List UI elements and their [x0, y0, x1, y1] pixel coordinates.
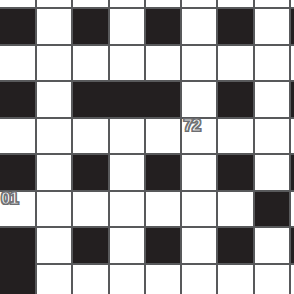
- grid-cell[interactable]: [37, 46, 71, 81]
- grid-cell[interactable]: [73, 46, 107, 81]
- grid-cell[interactable]: [110, 228, 144, 263]
- grid-cell[interactable]: [0, 119, 35, 154]
- grid-cell[interactable]: [0, 0, 35, 7]
- grid-cell[interactable]: [255, 119, 289, 154]
- grid-cell[interactable]: [37, 0, 71, 7]
- grid-cell[interactable]: [37, 9, 71, 44]
- black-cell: [291, 9, 294, 44]
- grid-cell[interactable]: [182, 265, 216, 294]
- grid-cell[interactable]: [73, 265, 107, 294]
- grid-cell[interactable]: [218, 0, 252, 7]
- grid-cell[interactable]: 72: [182, 119, 216, 154]
- grid-cell[interactable]: [110, 0, 144, 7]
- grid-cell[interactable]: [182, 82, 216, 117]
- black-cell: [255, 192, 289, 227]
- black-cell: [291, 82, 294, 117]
- crossword-board: 7201: [0, 0, 294, 294]
- grid-cell[interactable]: [182, 0, 216, 7]
- black-cell: [291, 155, 294, 190]
- grid-cell[interactable]: [37, 228, 71, 263]
- grid-cell[interactable]: [291, 119, 294, 154]
- black-cell: [146, 228, 180, 263]
- grid-cell[interactable]: [37, 265, 71, 294]
- grid-cell[interactable]: [110, 9, 144, 44]
- grid-cell[interactable]: [218, 119, 252, 154]
- black-cell: [73, 228, 107, 263]
- grid-cell[interactable]: 01: [0, 192, 35, 227]
- black-cell: [0, 9, 35, 44]
- grid-cell[interactable]: [73, 0, 107, 7]
- black-cell: [73, 82, 107, 117]
- black-cell: [0, 155, 35, 190]
- grid-cell[interactable]: [255, 155, 289, 190]
- grid-cell[interactable]: [37, 155, 71, 190]
- black-cell: [73, 155, 107, 190]
- grid-cell[interactable]: [255, 228, 289, 263]
- grid-cell[interactable]: [218, 265, 252, 294]
- grid-cell[interactable]: [182, 192, 216, 227]
- black-cell: [146, 9, 180, 44]
- black-cell: [218, 9, 252, 44]
- grid-cell[interactable]: [218, 192, 252, 227]
- black-cell: [73, 9, 107, 44]
- grid-cell[interactable]: [255, 46, 289, 81]
- grid-cell[interactable]: [73, 192, 107, 227]
- black-cell: [110, 82, 144, 117]
- grid-cell[interactable]: [146, 119, 180, 154]
- grid-cell[interactable]: [110, 155, 144, 190]
- grid-cell[interactable]: [291, 46, 294, 81]
- grid-cell[interactable]: [255, 9, 289, 44]
- grid-cell[interactable]: [110, 119, 144, 154]
- black-cell: [218, 155, 252, 190]
- black-cell: [291, 228, 294, 263]
- grid-cell[interactable]: [182, 46, 216, 81]
- grid-cell[interactable]: [110, 46, 144, 81]
- clue-number: 72: [183, 118, 200, 133]
- grid-cell[interactable]: [37, 82, 71, 117]
- grid-cell[interactable]: [37, 119, 71, 154]
- grid-cell[interactable]: [255, 0, 289, 7]
- grid-cell[interactable]: [146, 46, 180, 81]
- grid-cell[interactable]: [182, 228, 216, 263]
- black-cell: [0, 265, 35, 294]
- grid-cell[interactable]: [110, 192, 144, 227]
- grid-cell[interactable]: [255, 265, 289, 294]
- grid-cell[interactable]: [255, 82, 289, 117]
- grid-cell[interactable]: [182, 155, 216, 190]
- grid-cell[interactable]: [110, 265, 144, 294]
- clue-number: 01: [1, 191, 18, 206]
- black-cell: [218, 82, 252, 117]
- grid-cell[interactable]: [291, 192, 294, 227]
- grid-cell[interactable]: [291, 265, 294, 294]
- grid-cell[interactable]: [0, 46, 35, 81]
- grid-cell[interactable]: [37, 192, 71, 227]
- grid-cell[interactable]: [291, 0, 294, 7]
- black-cell: [146, 155, 180, 190]
- black-cell: [218, 228, 252, 263]
- black-cell: [0, 228, 35, 263]
- grid-cell[interactable]: [146, 192, 180, 227]
- grid-cell[interactable]: [146, 0, 180, 7]
- grid-cell[interactable]: [218, 46, 252, 81]
- grid-cell[interactable]: [182, 9, 216, 44]
- grid-cell[interactable]: [73, 119, 107, 154]
- black-cell: [146, 82, 180, 117]
- black-cell: [0, 82, 35, 117]
- grid-cell[interactable]: [146, 265, 180, 294]
